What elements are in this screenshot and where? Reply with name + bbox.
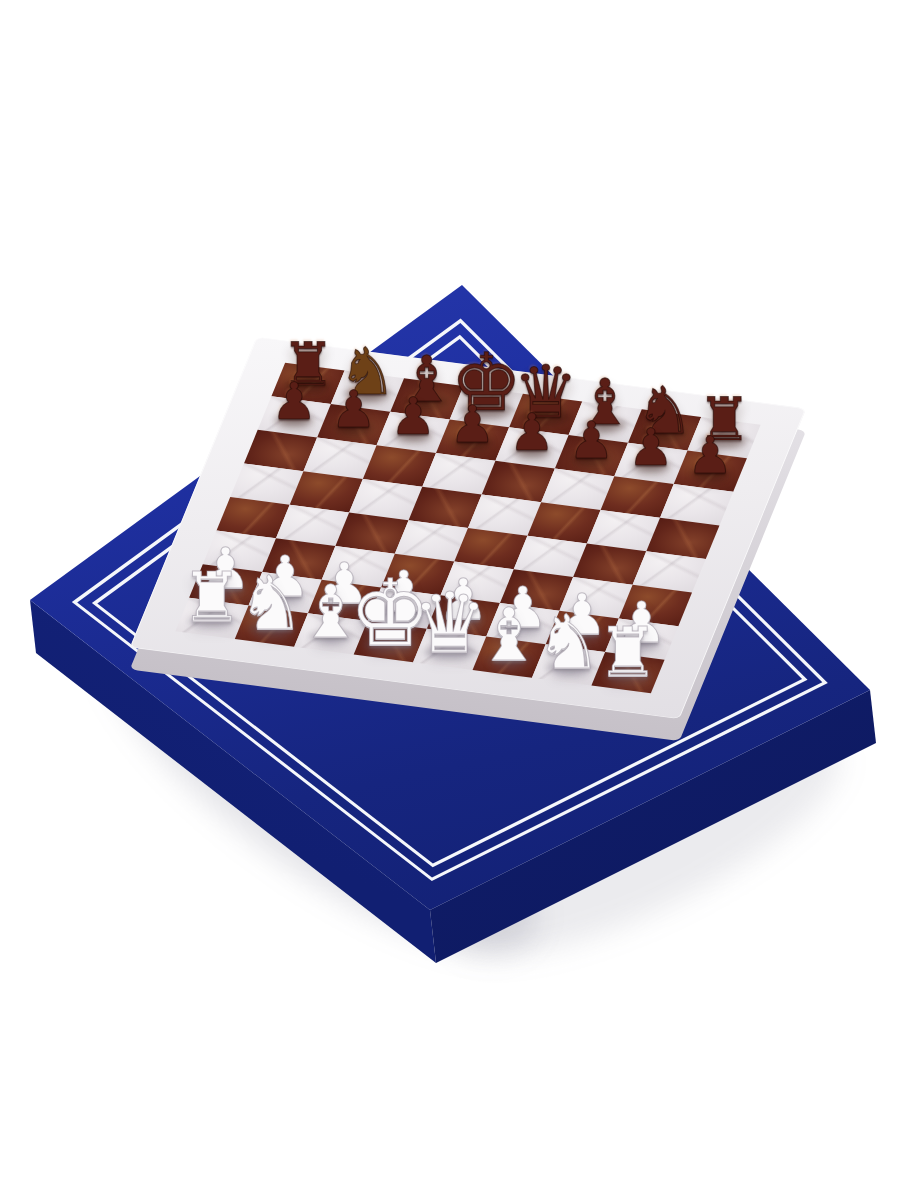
piece-red-pawn-h7[interactable]: ♟	[687, 430, 733, 481]
piece-white-rook-a1[interactable]: ♜	[181, 564, 242, 633]
piece-red-pawn-d7[interactable]: ♟	[450, 399, 496, 450]
piece-red-pawn-c7[interactable]: ♟	[390, 391, 436, 442]
piece-white-knight-g1[interactable]: ♞	[535, 605, 602, 680]
product-photo-chess-set: ♜♞♝♚♛♟♝♟♞♟♜♟♟♟♟♟♟♟♟♟♟♜♟♞♟♝♟♚♛♝♞♜	[0, 0, 900, 1200]
piece-red-pawn-e7[interactable]: ♟	[509, 407, 555, 458]
piece-red-pawn-g7[interactable]: ♟	[628, 422, 674, 473]
piece-white-bishop-f1[interactable]: ♝	[476, 599, 541, 672]
piece-white-knight-b1[interactable]: ♞	[238, 566, 305, 641]
piece-red-pawn-b7[interactable]: ♟	[331, 384, 377, 435]
piece-red-pawn-f7[interactable]: ♟	[568, 415, 614, 466]
piece-red-pawn-a7[interactable]: ♟	[271, 376, 317, 427]
piece-white-rook-h1[interactable]: ♜	[597, 618, 658, 687]
